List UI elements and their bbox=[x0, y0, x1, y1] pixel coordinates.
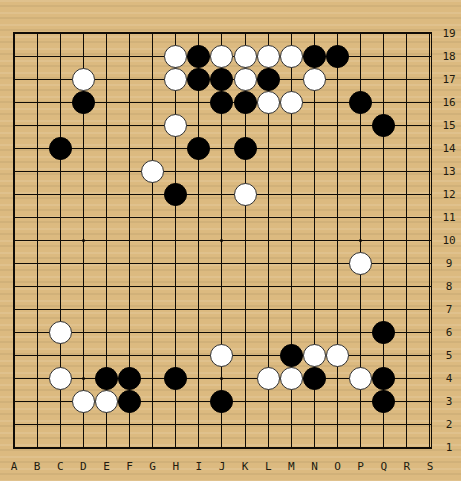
stone-black-N18 bbox=[303, 45, 326, 68]
row-label-5: 5 bbox=[438, 350, 460, 361]
row-label-2: 2 bbox=[438, 419, 460, 430]
row-label-1: 1 bbox=[438, 442, 460, 453]
stone-black-I17 bbox=[187, 68, 210, 91]
row-label-19: 19 bbox=[438, 28, 460, 39]
row-label-3: 3 bbox=[438, 396, 460, 407]
stone-white-L4 bbox=[257, 367, 280, 390]
stone-black-I14 bbox=[187, 137, 210, 160]
row-label-17: 17 bbox=[438, 74, 460, 85]
stone-white-M16 bbox=[280, 91, 303, 114]
column-label-J: J bbox=[211, 461, 233, 472]
row-label-14: 14 bbox=[438, 143, 460, 154]
stone-white-N5 bbox=[303, 344, 326, 367]
column-label-H: H bbox=[165, 461, 187, 472]
row-label-18: 18 bbox=[438, 51, 460, 62]
stone-white-D3 bbox=[72, 390, 95, 413]
row-label-7: 7 bbox=[438, 304, 460, 315]
row-label-6: 6 bbox=[438, 327, 460, 338]
stone-white-J18 bbox=[210, 45, 233, 68]
stone-black-D16 bbox=[72, 91, 95, 114]
column-label-M: M bbox=[280, 461, 302, 472]
stone-black-I18 bbox=[187, 45, 210, 68]
stone-white-J5 bbox=[210, 344, 233, 367]
stone-black-J17 bbox=[210, 68, 233, 91]
row-label-16: 16 bbox=[438, 97, 460, 108]
stone-black-Q6 bbox=[372, 321, 395, 344]
star-point-P10 bbox=[359, 239, 362, 242]
column-label-S: S bbox=[419, 461, 441, 472]
stone-black-J16 bbox=[210, 91, 233, 114]
column-label-E: E bbox=[95, 461, 117, 472]
column-label-K: K bbox=[234, 461, 256, 472]
stone-black-N4 bbox=[303, 367, 326, 390]
stone-black-Q15 bbox=[372, 114, 395, 137]
column-label-G: G bbox=[142, 461, 164, 472]
stone-black-H4 bbox=[164, 367, 187, 390]
stone-white-C6 bbox=[49, 321, 72, 344]
column-label-F: F bbox=[119, 461, 141, 472]
stone-black-Q4 bbox=[372, 367, 395, 390]
stone-black-E4 bbox=[95, 367, 118, 390]
stone-black-F4 bbox=[118, 367, 141, 390]
column-label-Q: Q bbox=[373, 461, 395, 472]
column-label-B: B bbox=[26, 461, 48, 472]
stone-black-L17 bbox=[257, 68, 280, 91]
stone-white-L16 bbox=[257, 91, 280, 114]
row-label-4: 4 bbox=[438, 373, 460, 384]
stone-black-K14 bbox=[234, 137, 257, 160]
stone-white-K12 bbox=[234, 183, 257, 206]
stone-black-H12 bbox=[164, 183, 187, 206]
stone-black-J3 bbox=[210, 390, 233, 413]
stone-white-C4 bbox=[49, 367, 72, 390]
row-label-12: 12 bbox=[438, 189, 460, 200]
column-label-P: P bbox=[350, 461, 372, 472]
stone-black-C14 bbox=[49, 137, 72, 160]
stone-white-G13 bbox=[141, 160, 164, 183]
go-app-window: ABCDEFGHIJKLMNOPQRS 19181716151413121110… bbox=[0, 0, 461, 481]
column-label-R: R bbox=[396, 461, 418, 472]
column-label-C: C bbox=[49, 461, 71, 472]
column-label-I: I bbox=[188, 461, 210, 472]
column-label-O: O bbox=[327, 461, 349, 472]
star-point-D4 bbox=[82, 377, 85, 380]
stone-black-F3 bbox=[118, 390, 141, 413]
row-label-8: 8 bbox=[438, 281, 460, 292]
stone-white-K18 bbox=[234, 45, 257, 68]
stone-white-D17 bbox=[72, 68, 95, 91]
stone-white-N17 bbox=[303, 68, 326, 91]
stone-white-H15 bbox=[164, 114, 187, 137]
stone-white-M4 bbox=[280, 367, 303, 390]
star-point-D10 bbox=[82, 239, 85, 242]
row-label-11: 11 bbox=[438, 212, 460, 223]
column-label-N: N bbox=[303, 461, 325, 472]
stone-white-M18 bbox=[280, 45, 303, 68]
stone-black-P16 bbox=[349, 91, 372, 114]
row-label-10: 10 bbox=[438, 235, 460, 246]
stone-white-P4 bbox=[349, 367, 372, 390]
stone-white-E3 bbox=[95, 390, 118, 413]
stone-black-Q3 bbox=[372, 390, 395, 413]
column-label-L: L bbox=[257, 461, 279, 472]
row-label-9: 9 bbox=[438, 258, 460, 269]
stone-white-P9 bbox=[349, 252, 372, 275]
row-label-15: 15 bbox=[438, 120, 460, 131]
stone-white-H17 bbox=[164, 68, 187, 91]
stone-white-K17 bbox=[234, 68, 257, 91]
stone-black-K16 bbox=[234, 91, 257, 114]
stone-black-O18 bbox=[326, 45, 349, 68]
stone-white-L18 bbox=[257, 45, 280, 68]
column-label-A: A bbox=[3, 461, 25, 472]
stone-white-H18 bbox=[164, 45, 187, 68]
stone-white-O5 bbox=[326, 344, 349, 367]
row-label-13: 13 bbox=[438, 166, 460, 177]
stone-black-M5 bbox=[280, 344, 303, 367]
column-label-D: D bbox=[72, 461, 94, 472]
